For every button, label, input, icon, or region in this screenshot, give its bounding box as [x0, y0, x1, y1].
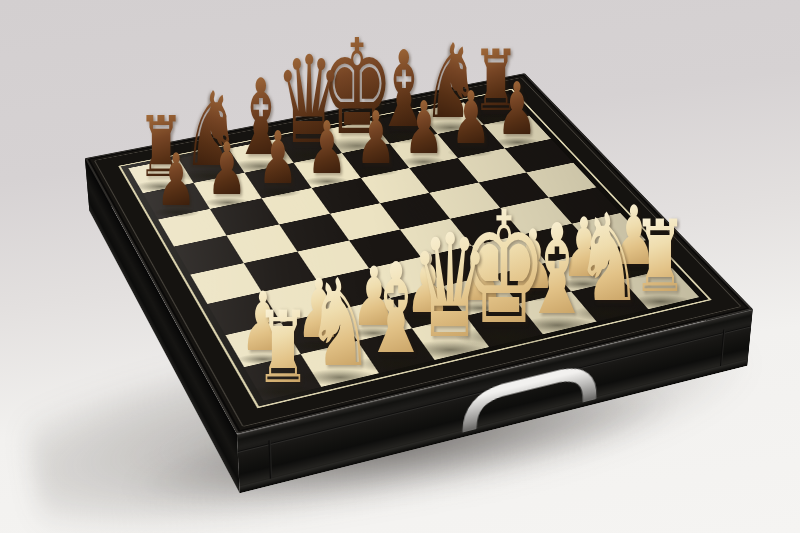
drawer-seam-left [268, 440, 272, 480]
scene [0, 0, 800, 533]
chess-box [87, 99, 750, 464]
